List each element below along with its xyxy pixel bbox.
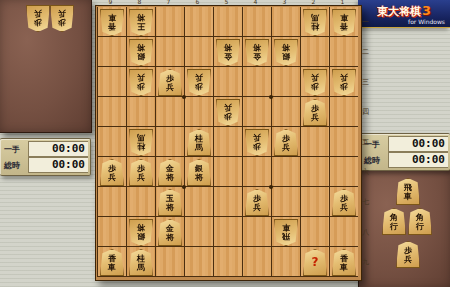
shogi-piece-銀将[interactable]: 銀将 [129, 39, 153, 66]
shogi-piece-歩兵[interactable]: 歩兵 [396, 241, 420, 268]
piece-kanji: 兵 [108, 174, 116, 183]
shogi-piece-角行[interactable]: 角行 [382, 208, 406, 235]
shogi-piece-玉将[interactable]: 玉将 [158, 189, 182, 216]
file-label-4: 4 [241, 0, 270, 5]
shogi-piece-unknown[interactable]: ? [303, 249, 327, 276]
file-label-3: 3 [270, 0, 299, 5]
shogi-piece-歩兵[interactable]: 歩兵 [50, 5, 74, 32]
gote-hand-tray: 歩兵歩兵 [0, 0, 92, 133]
piece-kanji: 将 [253, 43, 261, 52]
shogi-piece-歩兵[interactable]: 歩兵 [129, 69, 153, 96]
piece-kanji: 兵 [137, 174, 145, 183]
piece-kanji: 金 [253, 52, 261, 61]
shogi-piece-歩兵[interactable]: 歩兵 [303, 99, 327, 126]
shogi-piece-歩兵[interactable]: 歩兵 [129, 159, 153, 186]
piece-kanji: 将 [195, 174, 203, 183]
piece-kanji: 歩 [340, 82, 348, 91]
piece-kanji: 王 [137, 22, 145, 31]
shogi-piece-飛車[interactable]: 飛車 [396, 178, 420, 205]
shogi-piece-香車[interactable]: 香車 [332, 249, 356, 276]
gote-move-time: 00:00 [28, 141, 88, 157]
rank-label-3: 三 [362, 67, 369, 97]
shogi-piece-歩兵[interactable]: 歩兵 [245, 129, 269, 156]
piece-kanji: 将 [137, 223, 145, 232]
piece-kanji: 兵 [34, 9, 42, 18]
gote-total-time: 00:00 [28, 157, 88, 173]
piece-kanji: 将 [282, 43, 290, 52]
piece-kanji: 兵 [253, 133, 261, 142]
piece-kanji: 歩 [224, 112, 232, 121]
piece-kanji: 銀 [137, 232, 145, 241]
piece-kanji: 桂 [311, 22, 319, 31]
sente-total-time: 00:00 [388, 152, 448, 168]
piece-kanji: 金 [224, 52, 232, 61]
shogi-piece-金将[interactable]: 金将 [158, 219, 182, 246]
piece-kanji: 歩 [137, 82, 145, 91]
piece-kanji: 香 [340, 22, 348, 31]
piece-kanji: 将 [137, 43, 145, 52]
piece-kanji: 銀 [282, 52, 290, 61]
sente-move-time: 00:00 [388, 136, 448, 152]
piece-kanji: 兵 [58, 9, 66, 18]
piece-kanji: 飛 [282, 232, 290, 241]
sente-hand-tray: 飛車角行角行歩兵 [358, 167, 450, 287]
piece-kanji: 歩 [195, 82, 203, 91]
piece-kanji: 車 [282, 223, 290, 232]
shogi-board[interactable]: 香車王将桂馬香車銀将金将金将銀将歩兵歩兵歩兵歩兵歩兵歩兵歩兵桂馬桂馬歩兵歩兵歩兵… [97, 7, 358, 277]
piece-kanji: 兵 [195, 73, 203, 82]
piece-kanji: 桂 [137, 142, 145, 151]
rank-label-6: 六 [362, 157, 369, 187]
shogi-piece-歩兵[interactable]: 歩兵 [158, 69, 182, 96]
piece-kanji: 将 [166, 234, 174, 243]
shogi-piece-歩兵[interactable]: 歩兵 [332, 189, 356, 216]
file-label-5: 5 [212, 0, 241, 5]
rank-label-5: 五 [362, 127, 369, 157]
piece-kanji: 馬 [137, 133, 145, 142]
rank-label-8: 八 [362, 217, 369, 247]
piece-kanji: 馬 [311, 13, 319, 22]
piece-kanji: 将 [166, 204, 174, 213]
shogi-piece-銀将[interactable]: 銀将 [274, 39, 298, 66]
sente-clock: 一手 00:00 総時 00:00 [359, 133, 450, 171]
piece-kanji: 馬 [137, 264, 145, 273]
file-label-9: 9 [96, 0, 125, 5]
shogi-piece-金将[interactable]: 金将 [216, 39, 240, 66]
shogi-piece-歩兵[interactable]: 歩兵 [187, 69, 211, 96]
piece-kanji: 車 [340, 13, 348, 22]
piece-kanji: 兵 [224, 103, 232, 112]
piece-kanji: 兵 [137, 73, 145, 82]
app-logo: 東大将棋 3 for Windows [358, 0, 450, 28]
shogi-board-frame: 香車王将桂馬香車銀将金将金将銀将歩兵歩兵歩兵歩兵歩兵歩兵歩兵桂馬桂馬歩兵歩兵歩兵… [95, 5, 362, 281]
piece-kanji: 車 [340, 264, 348, 273]
gote-total-time-label: 総時 [2, 160, 28, 171]
shogi-piece-歩兵[interactable]: 歩兵 [26, 5, 50, 32]
piece-kanji: 行 [390, 223, 398, 232]
file-label-7: 7 [154, 0, 183, 5]
shogi-piece-桂馬[interactable]: 桂馬 [187, 129, 211, 156]
shogi-piece-銀将[interactable]: 銀将 [187, 159, 211, 186]
shogi-piece-王将[interactable]: 王将 [129, 9, 153, 36]
piece-kanji: 将 [224, 43, 232, 52]
piece-kanji: 兵 [340, 204, 348, 213]
shogi-piece-金将[interactable]: 金将 [245, 39, 269, 66]
shogi-piece-飛車[interactable]: 飛車 [274, 219, 298, 246]
hoshi-dot [182, 185, 186, 189]
piece-kanji: 車 [108, 264, 116, 273]
shogi-piece-香車[interactable]: 香車 [100, 9, 124, 36]
piece-kanji: 香 [108, 22, 116, 31]
piece-kanji: 歩 [311, 82, 319, 91]
shogi-piece-桂馬[interactable]: 桂馬 [129, 249, 153, 276]
piece-kanji: 馬 [195, 144, 203, 153]
piece-kanji: 車 [108, 13, 116, 22]
piece-kanji: 将 [137, 13, 145, 22]
shogi-piece-角行[interactable]: 角行 [408, 208, 432, 235]
hoshi-dot [269, 185, 273, 189]
piece-kanji: 歩 [253, 142, 261, 151]
shogi-piece-歩兵[interactable]: 歩兵 [303, 69, 327, 96]
app-version: 3 [422, 3, 431, 18]
piece-kanji: ? [312, 255, 319, 269]
app-subtitle: for Windows [408, 18, 450, 25]
rank-label-7: 七 [362, 187, 369, 217]
piece-kanji: 行 [416, 223, 424, 232]
shogi-piece-金将[interactable]: 金将 [158, 159, 182, 186]
piece-kanji: 兵 [404, 256, 412, 265]
file-label-8: 8 [125, 0, 154, 5]
piece-kanji: 将 [166, 174, 174, 183]
piece-kanji: 兵 [311, 73, 319, 82]
shogi-piece-歩兵[interactable]: 歩兵 [274, 129, 298, 156]
piece-kanji: 銀 [137, 52, 145, 61]
piece-kanji: 歩 [34, 18, 42, 27]
shogi-piece-銀将[interactable]: 銀将 [129, 219, 153, 246]
piece-kanji: 兵 [282, 144, 290, 153]
hoshi-dot [269, 95, 273, 99]
piece-kanji: 車 [404, 193, 412, 202]
rank-label-9: 九 [362, 247, 369, 277]
shogi-piece-香車[interactable]: 香車 [100, 249, 124, 276]
piece-kanji: 兵 [166, 84, 174, 93]
rank-label-2: 二 [362, 37, 369, 67]
shogi-piece-桂馬[interactable]: 桂馬 [129, 129, 153, 156]
piece-kanji: 兵 [340, 73, 348, 82]
shogi-piece-香車[interactable]: 香車 [332, 9, 356, 36]
rank-label-4: 四 [362, 97, 369, 127]
gote-clock: 一手 00:00 総時 00:00 [0, 138, 91, 176]
file-label-6: 6 [183, 0, 212, 5]
app-title: 東大将棋 [377, 4, 421, 19]
hoshi-dot [182, 95, 186, 99]
gote-move-time-label: 一手 [2, 144, 28, 155]
shogi-piece-歩兵[interactable]: 歩兵 [245, 189, 269, 216]
piece-kanji: 兵 [253, 204, 261, 213]
piece-kanji: 兵 [311, 114, 319, 123]
rank-label-1: 一 [362, 7, 369, 37]
shogi-piece-桂馬[interactable]: 桂馬 [303, 9, 327, 36]
piece-kanji: 歩 [58, 18, 66, 27]
file-label-2: 2 [299, 0, 328, 5]
shogi-piece-歩兵[interactable]: 歩兵 [100, 159, 124, 186]
shogi-piece-歩兵[interactable]: 歩兵 [332, 69, 356, 96]
file-label-1: 1 [328, 0, 357, 5]
shogi-piece-歩兵[interactable]: 歩兵 [216, 99, 240, 126]
